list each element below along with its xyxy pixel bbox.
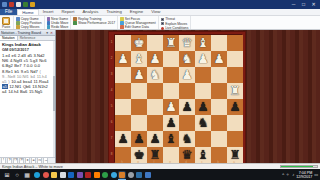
ribbon-group-manage: Set FocusQueue ManagementEdit Game Data [118, 16, 158, 29]
square-b5[interactable] [211, 99, 227, 115]
move-text[interactable]: 12.Nf1 Qb6 13.N1h2 a4 14.h4 Ba6 15.Ng5 [2, 84, 48, 94]
clock-date: 12/9/2017 [296, 175, 312, 179]
chess-board[interactable]: ♚♜♛♝♟♝♟♞♟♟♟♞♟♜♟♟♟♟♟♞♟♟♟♝♞♚♜♛♝♜ [114, 34, 242, 162]
skype-icon[interactable] [111, 172, 117, 178]
mail-icon[interactable] [145, 172, 151, 178]
square-d2[interactable]: ♞ [179, 51, 195, 67]
rank-label: 7 [110, 130, 114, 146]
chrome-icon[interactable] [43, 172, 49, 178]
panel-tab-reference[interactable]: Reference [18, 36, 38, 40]
square-d5[interactable]: ♟ [179, 99, 195, 115]
adobe-icon[interactable] [85, 172, 91, 178]
maximize-button[interactable]: □ [299, 1, 308, 8]
minimize-button[interactable]: ─ [289, 1, 298, 8]
white-knight[interactable]: ♞ [181, 51, 192, 67]
game-meta: GM 09/12/2017 [2, 47, 52, 52]
rank-coordinates: 12345678 [110, 34, 114, 162]
folder-icon[interactable] [51, 172, 57, 178]
square-b4[interactable] [211, 83, 227, 99]
title-bar: ─ □ ✕ [0, 0, 320, 9]
square-h7[interactable]: ♟ [115, 131, 131, 147]
square-a4[interactable]: ♜ [227, 83, 243, 99]
square-c3[interactable] [195, 67, 211, 83]
square-h4[interactable] [115, 83, 131, 99]
start-button[interactable]: ⊞ [2, 170, 12, 180]
white-rook[interactable]: ♜ [229, 83, 240, 99]
rank-label: 6 [110, 114, 114, 130]
ribbon-group-game: New GameUndo MoveRedo Move [45, 16, 72, 29]
square-a3[interactable] [227, 67, 243, 83]
app-window: ─ □ ✕ File HomeInsertReportAnalysisTrain… [0, 0, 320, 180]
square-g6[interactable] [131, 115, 147, 131]
ribbon-group-paste: Paste [0, 16, 14, 29]
button-label: Edit Game Data [125, 25, 149, 29]
white-knight[interactable]: ♞ [149, 67, 160, 83]
square-h2[interactable]: ♟ [115, 51, 131, 67]
file-tab[interactable]: File [0, 9, 17, 15]
tab-home[interactable]: Home [17, 9, 38, 15]
white-pawn[interactable]: ♟ [213, 51, 224, 67]
white-bishop[interactable]: ♝ [197, 35, 208, 51]
redo-move-button[interactable]: Redo Move [47, 25, 69, 29]
panel-close-icon[interactable]: ✕ [49, 31, 54, 35]
search-icon[interactable]: ○ [12, 170, 22, 180]
progress-bar [280, 165, 318, 168]
square-f1[interactable] [147, 35, 163, 51]
square-h1[interactable] [115, 35, 131, 51]
clock[interactable]: 7:04 PM 12/9/2017 [296, 171, 312, 179]
square-h5[interactable] [115, 99, 131, 115]
notation-scrollbar[interactable] [53, 41, 56, 157]
white-pawn[interactable]: ♟ [133, 67, 144, 83]
square-e7[interactable]: ♝ [163, 131, 179, 147]
white-rook[interactable]: ♜ [165, 35, 176, 51]
square-g2[interactable]: ♝ [131, 51, 147, 67]
tab-report[interactable]: Report [57, 9, 78, 15]
ribbon: Paste Copy GameCopy PositionCopy MovesNe… [0, 16, 320, 30]
rank-label: 1 [110, 34, 114, 50]
board-window-background: 12345678 hgfedcba ♚♜♛♝♟♝♟♞♟♟♟♞♟♜♟♟♟♟♟♞♟♟… [56, 30, 320, 163]
ribbon-group-assist: ThreatExplain MovesLive Conditions [159, 16, 192, 29]
settings-icon[interactable] [128, 172, 134, 178]
square-b2[interactable]: ♟ [211, 51, 227, 67]
square-a5[interactable]: ♟ [227, 99, 243, 115]
save-icon[interactable] [9, 2, 14, 7]
white-pawn[interactable]: ♟ [197, 51, 208, 67]
rank-label: 4 [110, 82, 114, 98]
white-queen[interactable]: ♛ [181, 35, 192, 51]
square-f7[interactable]: ♟ [147, 131, 163, 147]
copy-moves-icon [16, 25, 20, 29]
ribbon-tab-bar: File HomeInsertReportAnalysisTrainingEng… [0, 9, 320, 16]
rank-label: 3 [110, 66, 114, 82]
square-d3[interactable]: ♟ [179, 67, 195, 83]
black-pawn[interactable]: ♟ [133, 131, 144, 147]
black-pawn[interactable]: ♟ [229, 99, 240, 115]
white-king[interactable]: ♚ [133, 35, 144, 51]
black-pawn[interactable]: ♟ [117, 131, 128, 147]
edit-game-data-button[interactable]: Edit Game Data [120, 25, 155, 29]
undo-icon[interactable] [23, 2, 28, 7]
square-f5[interactable] [147, 99, 163, 115]
status-text: Kings Indian Attack – White to move [2, 165, 280, 169]
photos-icon[interactable] [68, 172, 74, 178]
square-h6[interactable] [115, 115, 131, 131]
white-pawn[interactable]: ♟ [149, 51, 160, 67]
rank-label: 5 [110, 98, 114, 114]
square-a1[interactable] [227, 35, 243, 51]
square-b3[interactable] [211, 67, 227, 83]
white-pawn[interactable]: ♟ [117, 51, 128, 67]
show-performance-2017-icon [73, 21, 77, 25]
new-game-icon[interactable] [16, 2, 21, 7]
redo-move-icon [47, 25, 51, 29]
notation-panel: Notation - Training Board ▾ ✕ NotationRe… [0, 30, 56, 163]
redo-icon[interactable] [30, 2, 35, 7]
window-controls: ─ □ ✕ [289, 1, 318, 8]
edge-icon[interactable] [34, 172, 40, 178]
square-e2[interactable] [163, 51, 179, 67]
paste-button[interactable]: Paste [2, 17, 10, 29]
app-icon[interactable] [2, 2, 7, 7]
media-icon[interactable] [102, 172, 108, 178]
defender-icon[interactable] [77, 172, 83, 178]
close-button[interactable]: ✕ [309, 1, 318, 8]
board-frame: 12345678 hgfedcba ♚♜♛♝♟♝♟♞♟♟♟♞♟♜♟♟♟♟♟♞♟♟… [108, 31, 246, 165]
square-d7[interactable]: ♞ [179, 131, 195, 147]
main-area: 12345678 hgfedcba ♚♜♛♝♟♝♟♞♟♟♟♞♟♜♟♟♟♟♟♞♟♟… [0, 30, 320, 163]
square-e4[interactable] [163, 83, 179, 99]
button-label: Show Performance 2017 [78, 21, 115, 25]
ribbon-group-training: Replay TrainingShow Performance 2017 [71, 16, 118, 29]
square-b7[interactable] [211, 131, 227, 147]
task-view-icon[interactable]: ▦ [22, 170, 32, 180]
clock-time: 7:04 PM [296, 171, 312, 175]
square-d6[interactable] [179, 115, 195, 131]
notation-body[interactable]: Kings Indian Attack GM 09/12/2017 1.e4 e… [0, 41, 55, 157]
square-f4[interactable] [147, 83, 163, 99]
tab-training[interactable]: Training [102, 9, 125, 15]
system-tray: ^ ᯤ ♪ 7:04 PM 12/9/2017 ▭ [282, 171, 318, 179]
square-c1[interactable]: ♝ [195, 35, 211, 51]
square-e3[interactable] [163, 67, 179, 83]
square-c2[interactable]: ♟ [195, 51, 211, 67]
tray-chevron-icon[interactable]: ^ [282, 172, 284, 177]
square-h3[interactable] [115, 67, 131, 83]
clipboard-icon [2, 17, 10, 25]
black-knight[interactable]: ♞ [181, 131, 192, 147]
square-f2[interactable]: ♟ [147, 51, 163, 67]
square-g4[interactable] [131, 83, 147, 99]
button-label: Redo Move [51, 25, 68, 29]
notification-center-icon[interactable]: ▭ [314, 172, 318, 177]
white-pawn[interactable]: ♟ [181, 67, 192, 83]
square-f3[interactable]: ♞ [147, 67, 163, 83]
checkbox-icon [161, 18, 164, 21]
edit-game-data-icon [120, 25, 124, 29]
notation-panel-title: Notation - Training Board [1, 31, 45, 35]
button-label: Copy Moves [21, 25, 40, 29]
square-f6[interactable] [147, 115, 163, 131]
square-d1[interactable]: ♛ [179, 35, 195, 51]
taskbar: ⊞ ○ ▦ ^ ᯤ ♪ 7:04 PM 12/9/2017 ▭ [0, 169, 320, 180]
tab-view[interactable]: View [147, 9, 164, 15]
black-pawn[interactable]: ♟ [181, 99, 192, 115]
square-e1[interactable]: ♜ [163, 35, 179, 51]
square-c7[interactable] [195, 131, 211, 147]
tab-insert[interactable]: Insert [39, 9, 58, 15]
square-g1[interactable]: ♚ [131, 35, 147, 51]
copy-moves-button[interactable]: Copy Moves [16, 25, 41, 29]
rank-label: 8 [110, 146, 114, 162]
volume-icon[interactable]: ♪ [292, 172, 294, 177]
move-list[interactable]: 1.e4 e6 2.d3 d5 3.Nd2 Nf6 4.Ngf3 c5 5.g3… [2, 53, 52, 95]
white-bishop[interactable]: ♝ [133, 51, 144, 67]
square-c4[interactable] [195, 83, 211, 99]
square-e5[interactable]: ♟ [163, 99, 179, 115]
black-pawn[interactable]: ♟ [149, 131, 160, 147]
tab-analysis[interactable]: Analysis [78, 9, 102, 15]
square-g3[interactable]: ♟ [131, 67, 147, 83]
rank-label: 2 [110, 50, 114, 66]
store-icon[interactable] [60, 172, 66, 178]
square-g5[interactable] [131, 99, 147, 115]
square-c6[interactable]: ♞ [195, 115, 211, 131]
show-performance-2017-button[interactable]: Show Performance 2017 [73, 21, 115, 25]
black-knight[interactable]: ♞ [197, 115, 208, 131]
square-e6[interactable]: ♟ [163, 115, 179, 131]
ribbon-group-clipboard: Copy GameCopy PositionCopy Moves [14, 16, 44, 29]
black-pawn[interactable]: ♟ [197, 99, 208, 115]
square-d4[interactable] [179, 83, 195, 99]
black-pawn[interactable]: ♟ [165, 115, 176, 131]
excel-icon[interactable] [136, 172, 142, 178]
square-a6[interactable] [227, 115, 243, 131]
square-b1[interactable] [211, 35, 227, 51]
vlc-icon[interactable] [94, 172, 100, 178]
black-bishop[interactable]: ♝ [165, 131, 176, 147]
tab-engine[interactable]: Engine [126, 9, 147, 15]
white-pawn[interactable]: ♟ [165, 99, 176, 115]
checkbox-icon [161, 22, 164, 25]
square-b6[interactable] [211, 115, 227, 131]
chessbase-icon[interactable] [119, 172, 125, 178]
square-c5[interactable]: ♟ [195, 99, 211, 115]
panel-tab-notation[interactable]: Notation [0, 36, 18, 40]
square-a7[interactable] [227, 131, 243, 147]
network-icon[interactable]: ᯤ [286, 172, 290, 177]
square-g7[interactable]: ♟ [131, 131, 147, 147]
square-a2[interactable] [227, 51, 243, 67]
